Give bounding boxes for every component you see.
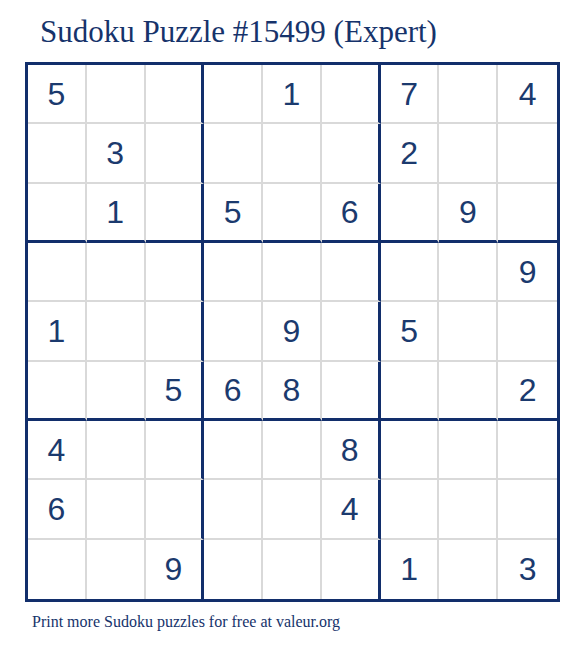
cell-r5c6 — [322, 302, 381, 361]
cell-r1c6 — [322, 65, 381, 124]
cell-r7c4 — [204, 421, 263, 480]
cell-r5c9 — [498, 302, 557, 361]
cell-r5c3 — [146, 302, 205, 361]
cell-r4c9: 9 — [498, 243, 557, 302]
cell-r3c1 — [28, 184, 87, 243]
cell-r1c4 — [204, 65, 263, 124]
cell-r6c3: 5 — [146, 362, 205, 421]
cell-r7c5 — [263, 421, 322, 480]
cell-r1c2 — [87, 65, 146, 124]
cell-r9c4 — [204, 540, 263, 599]
cell-r4c7 — [381, 243, 440, 302]
cell-r9c5 — [263, 540, 322, 599]
cell-r4c4 — [204, 243, 263, 302]
cell-r2c7: 2 — [381, 124, 440, 183]
cell-r4c8 — [439, 243, 498, 302]
cell-r1c8 — [439, 65, 498, 124]
cell-r8c8 — [439, 480, 498, 539]
cell-r4c5 — [263, 243, 322, 302]
sudoku-board: 5174321569919556824864913 — [25, 62, 560, 602]
cell-r3c3 — [146, 184, 205, 243]
cell-r5c4 — [204, 302, 263, 361]
cell-r1c5: 1 — [263, 65, 322, 124]
cell-r3c4: 5 — [204, 184, 263, 243]
cell-r5c5: 9 — [263, 302, 322, 361]
sudoku-print-page: Sudoku Puzzle #15499 (Expert) 5174321569… — [0, 0, 580, 651]
cell-r2c6 — [322, 124, 381, 183]
cell-r9c6 — [322, 540, 381, 599]
footer-text: Print more Sudoku puzzles for free at va… — [32, 613, 340, 631]
cell-r8c5 — [263, 480, 322, 539]
cell-r8c7 — [381, 480, 440, 539]
cell-r2c1 — [28, 124, 87, 183]
cell-r3c7 — [381, 184, 440, 243]
cell-r2c2: 3 — [87, 124, 146, 183]
cell-r6c5: 8 — [263, 362, 322, 421]
cell-r2c4 — [204, 124, 263, 183]
cell-r8c3 — [146, 480, 205, 539]
cell-r6c8 — [439, 362, 498, 421]
cell-r4c2 — [87, 243, 146, 302]
cell-r7c3 — [146, 421, 205, 480]
cell-r9c7: 1 — [381, 540, 440, 599]
cell-r6c1 — [28, 362, 87, 421]
cell-r9c8 — [439, 540, 498, 599]
cell-r8c1: 6 — [28, 480, 87, 539]
cell-r6c2 — [87, 362, 146, 421]
cell-r1c9: 4 — [498, 65, 557, 124]
cell-r7c2 — [87, 421, 146, 480]
cell-r8c2 — [87, 480, 146, 539]
cell-r1c7: 7 — [381, 65, 440, 124]
page-title: Sudoku Puzzle #15499 (Expert) — [40, 14, 437, 50]
cell-r4c1 — [28, 243, 87, 302]
cell-r7c1: 4 — [28, 421, 87, 480]
cell-r2c3 — [146, 124, 205, 183]
cell-r2c8 — [439, 124, 498, 183]
cell-r1c1: 5 — [28, 65, 87, 124]
cell-r5c2 — [87, 302, 146, 361]
cell-r6c7 — [381, 362, 440, 421]
cell-r2c9 — [498, 124, 557, 183]
cell-r7c7 — [381, 421, 440, 480]
cell-r1c3 — [146, 65, 205, 124]
cell-r9c3: 9 — [146, 540, 205, 599]
cell-r4c6 — [322, 243, 381, 302]
cell-r3c8: 9 — [439, 184, 498, 243]
cell-r3c6: 6 — [322, 184, 381, 243]
cell-r7c9 — [498, 421, 557, 480]
cell-r5c7: 5 — [381, 302, 440, 361]
cell-r7c8 — [439, 421, 498, 480]
cell-r9c2 — [87, 540, 146, 599]
cell-r9c1 — [28, 540, 87, 599]
cell-r2c5 — [263, 124, 322, 183]
cell-r8c6: 4 — [322, 480, 381, 539]
cell-r6c4: 6 — [204, 362, 263, 421]
cell-r9c9: 3 — [498, 540, 557, 599]
cell-r8c9 — [498, 480, 557, 539]
cell-r3c9 — [498, 184, 557, 243]
cell-r4c3 — [146, 243, 205, 302]
cell-r5c8 — [439, 302, 498, 361]
cell-r7c6: 8 — [322, 421, 381, 480]
cell-r6c6 — [322, 362, 381, 421]
cell-r5c1: 1 — [28, 302, 87, 361]
cell-r6c9: 2 — [498, 362, 557, 421]
cell-r3c2: 1 — [87, 184, 146, 243]
cell-r8c4 — [204, 480, 263, 539]
cell-r3c5 — [263, 184, 322, 243]
